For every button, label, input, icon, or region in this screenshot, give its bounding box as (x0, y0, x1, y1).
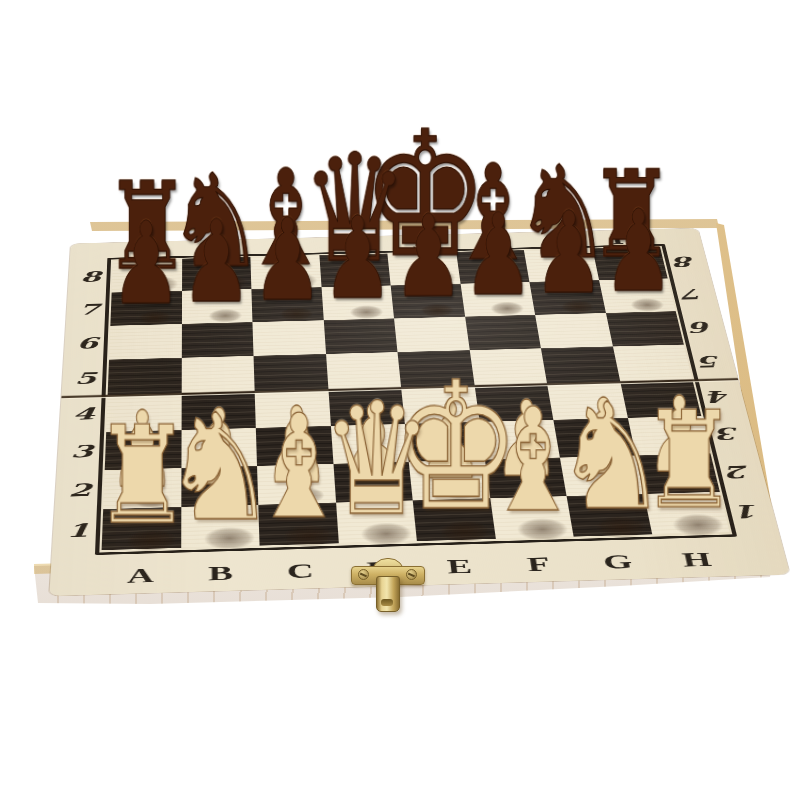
light-pawn-glyph: ♟ (494, 389, 560, 488)
square-h7 (599, 278, 676, 312)
square-b6 (181, 322, 253, 358)
light-pawn-d2: ♟ (295, 388, 452, 493)
square-d6 (323, 318, 397, 354)
square-g6 (535, 313, 612, 349)
light-rook-a1: ♜ (61, 405, 221, 540)
light-pawn-glyph: ♟ (647, 385, 712, 484)
square-a6 (109, 324, 181, 360)
light-pawn-glyph: ♟ (341, 394, 407, 493)
square-f5 (469, 348, 547, 385)
light-pawn-c2: ♟ (218, 390, 375, 495)
light-knight-glyph: ♞ (553, 387, 669, 526)
square-f7 (460, 282, 535, 317)
light-pawn-glyph: ♟ (571, 387, 636, 486)
square-h5 (612, 345, 692, 382)
square-b8 (182, 257, 252, 291)
square-g5 (541, 347, 620, 384)
light-pawn-glyph: ♟ (109, 400, 175, 500)
square-f6 (465, 315, 541, 351)
square-g7 (529, 280, 605, 315)
light-bishop-glyph: ♝ (485, 393, 582, 528)
light-knight-glyph: ♞ (162, 398, 278, 538)
square-c8 (250, 255, 321, 289)
light-rook-h1: ♜ (609, 391, 768, 525)
light-rook-glyph: ♜ (92, 412, 191, 540)
light-pawn-f2: ♟ (448, 384, 605, 488)
light-queen-glyph: ♛ (321, 385, 433, 533)
square-a5 (108, 358, 182, 395)
chess-set-photo: AABBCCDDEEFFGGHH8877665544332211 ♜♞♝♛♚♝♞… (0, 0, 800, 800)
light-rook-glyph: ♜ (640, 397, 738, 524)
light-pawn-b2: ♟ (141, 392, 298, 497)
clasp-hook (376, 576, 400, 612)
light-knight-b1: ♞ (140, 390, 300, 537)
square-g8 (524, 248, 599, 281)
light-pawn-glyph: ♟ (417, 392, 483, 491)
square-a7 (110, 291, 181, 326)
square-d5 (326, 352, 402, 389)
light-pawn-glyph: ♟ (187, 398, 253, 498)
square-b5 (181, 356, 254, 393)
square-h8 (592, 247, 668, 280)
brass-clasp (351, 552, 423, 614)
square-e6 (394, 316, 469, 352)
light-knight-g1: ♞ (531, 380, 690, 527)
square-c7 (251, 287, 323, 322)
square-a8 (112, 259, 182, 293)
square-e7 (391, 284, 465, 319)
square-h6 (605, 311, 683, 347)
square-c6 (252, 320, 325, 356)
square-f8 (456, 250, 530, 283)
light-pawn-g2: ♟ (525, 382, 682, 486)
light-bishop-c1: ♝ (218, 393, 378, 536)
chess-board: AABBCCDDEEFFGGHH8877665544332211 ♜♞♝♛♚♝♞… (49, 228, 790, 596)
light-pawn-glyph: ♟ (264, 396, 330, 496)
square-b7 (181, 289, 252, 324)
light-pawn-a2: ♟ (63, 395, 220, 500)
light-queen-d1: ♛ (297, 378, 457, 534)
square-c5 (254, 354, 328, 391)
square-d8 (319, 254, 391, 288)
square-e8 (387, 252, 460, 286)
clasp-screw-right (406, 569, 417, 580)
square-d7 (321, 285, 394, 320)
clasp-screw-left (358, 569, 369, 580)
light-bishop-f1: ♝ (453, 386, 613, 529)
light-bishop-glyph: ♝ (250, 400, 347, 536)
light-pawn-e2: ♟ (372, 386, 529, 491)
square-e5 (398, 350, 475, 387)
